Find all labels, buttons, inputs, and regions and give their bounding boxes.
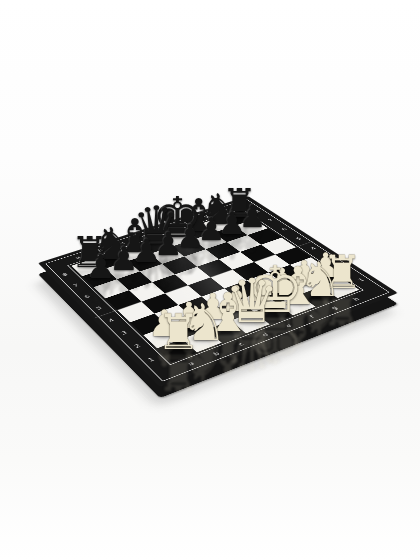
rank-label-left-2: 2	[125, 340, 149, 352]
rank-label-right-6: 6	[274, 225, 294, 234]
rank-label-left-4: 4	[100, 315, 123, 326]
board-plane-wrap: aa88bb77cc66dd55ee44ff33gg22hh11	[0, 0, 330, 330]
rank-label-right-8: 8	[248, 208, 268, 216]
chess-scene: aa88bb77cc66dd55ee44ff33gg22hh11 ♜♜♞♞♝♝♛…	[0, 0, 420, 560]
chess-board: aa88bb77cc66dd55ee44ff33gg22hh11	[38, 196, 398, 387]
rank-label-right-2: 2	[334, 264, 356, 274]
rank-label-left-7: 7	[65, 280, 87, 290]
rank-label-right-5: 5	[288, 234, 309, 243]
file-label-bottom-h: h	[342, 293, 370, 306]
file-label-bottom-g: g	[320, 301, 348, 314]
rank-label-right-4: 4	[303, 244, 324, 253]
rank-label-left-6: 6	[76, 291, 98, 301]
rank-label-left-3: 3	[112, 327, 136, 339]
rank-label-left-8: 8	[54, 270, 76, 280]
rank-label-left-5: 5	[88, 303, 111, 314]
rank-label-right-1: 1	[350, 275, 372, 285]
rank-label-left-1: 1	[139, 354, 164, 367]
rank-label-right-3: 3	[318, 254, 339, 263]
product-photo: aa88bb77cc66dd55ee44ff33gg22hh11 ♜♜♞♞♝♝♛…	[0, 0, 420, 560]
rank-label-right-7: 7	[261, 216, 281, 224]
